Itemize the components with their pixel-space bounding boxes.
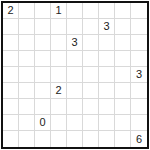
cell-r7c4[interactable] — [51, 99, 67, 115]
cell-r6c9[interactable] — [131, 83, 147, 99]
cell-r3c9[interactable] — [131, 35, 147, 51]
cell-r1c3[interactable] — [35, 3, 51, 19]
cell-r9c8[interactable] — [115, 131, 131, 147]
cell-r6c6[interactable] — [83, 83, 99, 99]
cell-r4c8[interactable] — [115, 51, 131, 67]
cell-r3c3[interactable] — [35, 35, 51, 51]
cell-r5c5[interactable] — [67, 67, 83, 83]
clue-cell-r3c5: 3 — [67, 35, 83, 51]
cell-r3c2[interactable] — [19, 35, 35, 51]
cell-r3c7[interactable] — [99, 35, 115, 51]
cell-r7c3[interactable] — [35, 99, 51, 115]
clue-cell-r1c4: 1 — [51, 3, 67, 19]
cell-r5c2[interactable] — [19, 67, 35, 83]
cell-r4c9[interactable] — [131, 51, 147, 67]
cell-r2c6[interactable] — [83, 19, 99, 35]
cell-r6c8[interactable] — [115, 83, 131, 99]
cell-r9c2[interactable] — [19, 131, 35, 147]
cell-r2c2[interactable] — [19, 19, 35, 35]
cell-r6c7[interactable] — [99, 83, 115, 99]
cell-r8c4[interactable] — [51, 115, 67, 131]
cell-r4c2[interactable] — [19, 51, 35, 67]
cell-r1c2[interactable] — [19, 3, 35, 19]
cell-r9c4[interactable] — [51, 131, 67, 147]
clue-cell-r5c9: 3 — [131, 67, 147, 83]
cell-r8c6[interactable] — [83, 115, 99, 131]
cell-r1c6[interactable] — [83, 3, 99, 19]
cell-r7c7[interactable] — [99, 99, 115, 115]
cell-r2c1[interactable] — [3, 19, 19, 35]
cell-r5c7[interactable] — [99, 67, 115, 83]
cell-r1c8[interactable] — [115, 3, 131, 19]
cell-r5c4[interactable] — [51, 67, 67, 83]
clue-cell-r9c9: 6 — [131, 131, 147, 147]
cell-r8c1[interactable] — [3, 115, 19, 131]
cell-r9c1[interactable] — [3, 131, 19, 147]
cell-r5c6[interactable] — [83, 67, 99, 83]
cell-r3c1[interactable] — [3, 35, 19, 51]
cell-r1c7[interactable] — [99, 3, 115, 19]
cell-r2c8[interactable] — [115, 19, 131, 35]
cell-r7c2[interactable] — [19, 99, 35, 115]
cell-r6c5[interactable] — [67, 83, 83, 99]
cell-r9c6[interactable] — [83, 131, 99, 147]
cell-r2c9[interactable] — [131, 19, 147, 35]
cell-r6c1[interactable] — [3, 83, 19, 99]
cell-r3c4[interactable] — [51, 35, 67, 51]
clue-cell-r2c7: 3 — [99, 19, 115, 35]
cell-r8c8[interactable] — [115, 115, 131, 131]
cell-r5c8[interactable] — [115, 67, 131, 83]
cell-r8c9[interactable] — [131, 115, 147, 131]
cell-r9c5[interactable] — [67, 131, 83, 147]
cell-r9c3[interactable] — [35, 131, 51, 147]
cell-r2c3[interactable] — [35, 19, 51, 35]
cell-r4c1[interactable] — [3, 51, 19, 67]
cell-r7c5[interactable] — [67, 99, 83, 115]
cell-r7c8[interactable] — [115, 99, 131, 115]
cell-r8c2[interactable] — [19, 115, 35, 131]
cell-r8c5[interactable] — [67, 115, 83, 131]
cell-r1c5[interactable] — [67, 3, 83, 19]
cell-r7c9[interactable] — [131, 99, 147, 115]
clue-cell-r6c4: 2 — [51, 83, 67, 99]
cell-r7c6[interactable] — [83, 99, 99, 115]
cell-r6c2[interactable] — [19, 83, 35, 99]
clue-cell-r8c3: 0 — [35, 115, 51, 131]
cell-r5c3[interactable] — [35, 67, 51, 83]
cell-r7c1[interactable] — [3, 99, 19, 115]
cell-r6c3[interactable] — [35, 83, 51, 99]
puzzle-board: 21333206 — [1, 1, 149, 149]
clue-cell-r1c1: 2 — [3, 3, 19, 19]
cell-r2c4[interactable] — [51, 19, 67, 35]
cell-r4c6[interactable] — [83, 51, 99, 67]
cell-r2c5[interactable] — [67, 19, 83, 35]
cell-r3c6[interactable] — [83, 35, 99, 51]
cell-r4c7[interactable] — [99, 51, 115, 67]
cell-r1c9[interactable] — [131, 3, 147, 19]
cell-r4c3[interactable] — [35, 51, 51, 67]
cell-r8c7[interactable] — [99, 115, 115, 131]
cell-r3c8[interactable] — [115, 35, 131, 51]
cell-r4c5[interactable] — [67, 51, 83, 67]
cell-r5c1[interactable] — [3, 67, 19, 83]
cell-r4c4[interactable] — [51, 51, 67, 67]
cell-r9c7[interactable] — [99, 131, 115, 147]
